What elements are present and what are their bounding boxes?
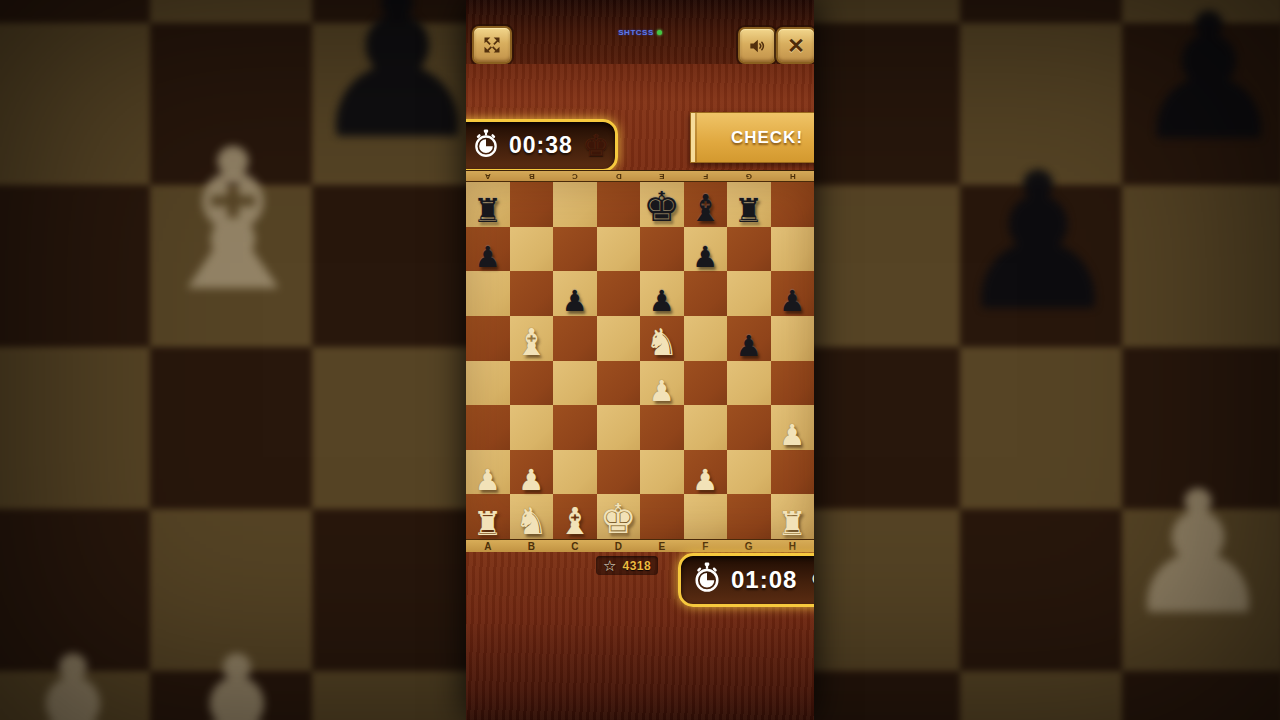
piece-white-knight-e5[interactable]: ♞ bbox=[640, 325, 684, 360]
stopwatch-icon bbox=[473, 129, 499, 163]
square-h5[interactable] bbox=[771, 316, 815, 361]
square-a3[interactable] bbox=[466, 405, 510, 450]
piece-white-pawn-h3[interactable]: ♟ bbox=[771, 422, 815, 450]
square-e1[interactable] bbox=[640, 494, 684, 539]
square-g2[interactable] bbox=[727, 450, 771, 495]
check-banner-label: CHECK! bbox=[713, 128, 803, 148]
square-a7[interactable]: ♟ bbox=[466, 227, 510, 272]
square-e4[interactable]: ♟ bbox=[640, 361, 684, 406]
piece-white-pawn-f2[interactable]: ♟ bbox=[684, 467, 728, 495]
logo-text: SHTCSS bbox=[618, 28, 653, 37]
piece-black-pawn-h6[interactable]: ♟ bbox=[771, 288, 815, 316]
piece-black-pawn-c6[interactable]: ♟ bbox=[553, 288, 597, 316]
file-label-a: A bbox=[466, 171, 510, 181]
piece-black-pawn-g5[interactable]: ♟ bbox=[727, 333, 771, 361]
piece-white-bishop-b5[interactable]: ♝ bbox=[510, 325, 554, 360]
square-a2[interactable]: ♟ bbox=[466, 450, 510, 495]
file-label-c: C bbox=[553, 171, 597, 181]
square-h7[interactable] bbox=[771, 227, 815, 272]
file-label-g: G bbox=[727, 171, 771, 181]
square-c3[interactable] bbox=[553, 405, 597, 450]
square-a4[interactable] bbox=[466, 361, 510, 406]
screen: ♟♝♟♟♟♟♟ SHTCSS bbox=[0, 0, 1280, 720]
square-g3[interactable] bbox=[727, 405, 771, 450]
square-f3[interactable] bbox=[684, 405, 728, 450]
square-e5[interactable]: ♞ bbox=[640, 316, 684, 361]
square-b4[interactable] bbox=[510, 361, 554, 406]
square-d5[interactable] bbox=[597, 316, 641, 361]
black-clock: 00:38 ♚ bbox=[466, 119, 618, 172]
square-d1[interactable]: ♚ bbox=[597, 494, 641, 539]
square-f7[interactable]: ♟ bbox=[684, 227, 728, 272]
square-f6[interactable] bbox=[684, 271, 728, 316]
piece-black-bishop-f8[interactable]: ♝ bbox=[684, 191, 728, 226]
file-label-h: H bbox=[771, 171, 815, 181]
square-f1[interactable] bbox=[684, 494, 728, 539]
square-h8[interactable] bbox=[771, 182, 815, 227]
square-f2[interactable]: ♟ bbox=[684, 450, 728, 495]
square-d3[interactable] bbox=[597, 405, 641, 450]
white-clock: 01:08 ♚ bbox=[678, 553, 814, 607]
square-d4[interactable] bbox=[597, 361, 641, 406]
chess-app: SHTCSS ✕ bbox=[466, 0, 814, 720]
top-bar: SHTCSS ✕ bbox=[466, 0, 814, 64]
square-g1[interactable] bbox=[727, 494, 771, 539]
square-d6[interactable] bbox=[597, 271, 641, 316]
black-king-icon: ♚ bbox=[583, 131, 610, 161]
square-e8[interactable]: ♚ bbox=[640, 182, 684, 227]
square-d8[interactable] bbox=[597, 182, 641, 227]
file-label-b: B bbox=[510, 171, 554, 181]
white-clock-time: 01:08 bbox=[731, 566, 797, 594]
square-c4[interactable] bbox=[553, 361, 597, 406]
square-e2[interactable] bbox=[640, 450, 684, 495]
square-b1[interactable]: ♞ bbox=[510, 494, 554, 539]
square-f4[interactable] bbox=[684, 361, 728, 406]
star-icon: ☆ bbox=[603, 558, 616, 573]
square-c8[interactable] bbox=[553, 182, 597, 227]
square-h6[interactable]: ♟ bbox=[771, 271, 815, 316]
square-e6[interactable]: ♟ bbox=[640, 271, 684, 316]
square-b3[interactable] bbox=[510, 405, 554, 450]
logo-dot-icon bbox=[657, 30, 662, 35]
board-squares: ♜♚♝♜♟♟♟♟♟♝♞♟♟♟♟♟♟♜♞♝♚♜ bbox=[466, 182, 814, 539]
square-b7[interactable] bbox=[510, 227, 554, 272]
square-g5[interactable]: ♟ bbox=[727, 316, 771, 361]
square-h2[interactable] bbox=[771, 450, 815, 495]
square-h1[interactable]: ♜ bbox=[771, 494, 815, 539]
piece-black-pawn-f7[interactable]: ♟ bbox=[684, 244, 728, 272]
square-g4[interactable] bbox=[727, 361, 771, 406]
piece-black-king-e8[interactable]: ♚ bbox=[640, 188, 684, 227]
square-b2[interactable]: ♟ bbox=[510, 450, 554, 495]
piece-white-pawn-a2[interactable]: ♟ bbox=[466, 467, 510, 495]
chess-board: ABCDEFGH ♜♚♝♜♟♟♟♟♟♝♞♟♟♟♟♟♟♜♞♝♚♜ ABCDEFGH bbox=[466, 170, 814, 552]
square-f5[interactable] bbox=[684, 316, 728, 361]
expand-icon bbox=[482, 35, 502, 55]
score-value: 4318 bbox=[622, 559, 651, 573]
square-e7[interactable] bbox=[640, 227, 684, 272]
square-g6[interactable] bbox=[727, 271, 771, 316]
score-pill: ☆ 4318 bbox=[596, 556, 658, 575]
square-c2[interactable] bbox=[553, 450, 597, 495]
square-h3[interactable]: ♟ bbox=[771, 405, 815, 450]
piece-black-pawn-a7[interactable]: ♟ bbox=[466, 244, 510, 272]
stopwatch-icon bbox=[693, 562, 721, 598]
square-b5[interactable]: ♝ bbox=[510, 316, 554, 361]
square-a5[interactable] bbox=[466, 316, 510, 361]
close-button[interactable]: ✕ bbox=[776, 27, 814, 64]
square-h4[interactable] bbox=[771, 361, 815, 406]
piece-white-pawn-b2[interactable]: ♟ bbox=[510, 467, 554, 495]
file-label-d: D bbox=[597, 171, 641, 181]
piece-white-knight-b1[interactable]: ♞ bbox=[510, 504, 554, 539]
file-label-f: F bbox=[684, 171, 728, 181]
file-labels-top: ABCDEFGH bbox=[466, 170, 814, 182]
square-c5[interactable] bbox=[553, 316, 597, 361]
speaker-icon bbox=[747, 36, 767, 56]
square-c6[interactable]: ♟ bbox=[553, 271, 597, 316]
square-a6[interactable] bbox=[466, 271, 510, 316]
square-f8[interactable]: ♝ bbox=[684, 182, 728, 227]
piece-black-rook-a8[interactable]: ♜ bbox=[466, 195, 510, 226]
piece-black-rook-g8[interactable]: ♜ bbox=[727, 195, 771, 226]
piece-white-bishop-c1[interactable]: ♝ bbox=[553, 504, 597, 539]
square-b8[interactable] bbox=[510, 182, 554, 227]
square-d7[interactable] bbox=[597, 227, 641, 272]
file-label-e: E bbox=[640, 171, 684, 181]
square-c7[interactable] bbox=[553, 227, 597, 272]
square-a1[interactable]: ♜ bbox=[466, 494, 510, 539]
sound-button[interactable] bbox=[738, 27, 776, 64]
piece-white-rook-h1[interactable]: ♜ bbox=[771, 508, 815, 539]
square-d2[interactable] bbox=[597, 450, 641, 495]
piece-white-pawn-e4[interactable]: ♟ bbox=[640, 378, 684, 406]
black-clock-time: 00:38 bbox=[509, 132, 573, 159]
square-b6[interactable] bbox=[510, 271, 554, 316]
square-a8[interactable]: ♜ bbox=[466, 182, 510, 227]
close-icon: ✕ bbox=[787, 35, 805, 56]
piece-white-king-d1[interactable]: ♚ bbox=[597, 500, 641, 539]
square-g8[interactable]: ♜ bbox=[727, 182, 771, 227]
piece-black-pawn-e6[interactable]: ♟ bbox=[640, 288, 684, 316]
square-c1[interactable]: ♝ bbox=[553, 494, 597, 539]
check-banner[interactable]: CHECK! bbox=[690, 112, 814, 163]
white-king-icon: ♚ bbox=[809, 565, 814, 595]
piece-white-rook-a1[interactable]: ♜ bbox=[466, 508, 510, 539]
square-g7[interactable] bbox=[727, 227, 771, 272]
square-e3[interactable] bbox=[640, 405, 684, 450]
